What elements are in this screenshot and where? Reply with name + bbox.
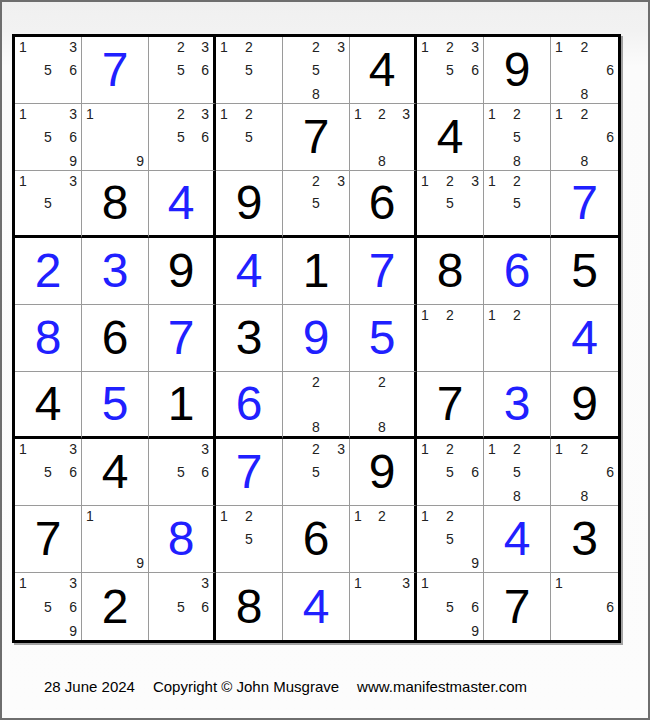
- cell-r8c7[interactable]: 1259: [417, 506, 484, 573]
- pencil-mark-6: 6: [69, 63, 77, 77]
- pencil-mark-1: 1: [220, 107, 228, 121]
- pencil-mark-3: 3: [201, 40, 209, 54]
- pencil-mark-8: 8: [312, 87, 320, 101]
- pencil-mark-2: 2: [446, 509, 454, 523]
- cell-r1c3[interactable]: 2356: [149, 37, 216, 104]
- cell-r2c4[interactable]: 125: [216, 104, 283, 171]
- pencil-marks: 1259: [417, 506, 483, 572]
- pencil-mark-1: 1: [488, 107, 496, 121]
- cell-r2c3[interactable]: 2356: [149, 104, 216, 171]
- given-digit: 7: [437, 380, 464, 428]
- cell-r1c5[interactable]: 2358: [283, 37, 350, 104]
- cell-r6c2[interactable]: 5: [82, 372, 149, 439]
- cell-r4c3[interactable]: 9: [149, 238, 216, 305]
- pencil-mark-1: 1: [354, 509, 362, 523]
- cell-r5c9[interactable]: 4: [551, 305, 618, 372]
- given-digit: 4: [369, 46, 396, 94]
- pencil-marks: 1235: [417, 171, 483, 235]
- pencil-marks: 1268: [551, 104, 618, 170]
- footer-website: www.manifestmaster.com: [357, 678, 527, 695]
- pencil-mark-5: 5: [245, 130, 253, 144]
- sudoku-app-window: 1356723561252358412356912681356919235612…: [0, 0, 650, 720]
- cell-r7c2[interactable]: 4: [82, 439, 149, 506]
- pencil-mark-2: 2: [446, 174, 454, 188]
- pencil-mark-3: 3: [337, 174, 345, 188]
- cell-r6c7[interactable]: 7: [417, 372, 484, 439]
- pencil-mark-6: 6: [471, 600, 479, 614]
- cell-r8c8[interactable]: 4: [484, 506, 551, 573]
- pencil-mark-1: 1: [19, 442, 27, 456]
- pencil-mark-6: 6: [606, 63, 614, 77]
- pencil-mark-2: 2: [245, 107, 253, 121]
- cell-r2c8[interactable]: 1258: [484, 104, 551, 171]
- pencil-mark-1: 1: [421, 442, 429, 456]
- solved-digit: 5: [102, 380, 129, 428]
- cell-r6c8[interactable]: 3: [484, 372, 551, 439]
- pencil-mark-1: 1: [354, 107, 362, 121]
- cell-r9c7[interactable]: 1569: [417, 573, 484, 640]
- pencil-mark-5: 5: [312, 196, 320, 210]
- pencil-mark-9: 9: [471, 556, 479, 570]
- pencil-mark-6: 6: [201, 465, 209, 479]
- pencil-marks: 1268: [551, 37, 618, 103]
- pencil-mark-2: 2: [312, 442, 320, 456]
- pencil-mark-8: 8: [513, 489, 521, 503]
- given-digit: 9: [236, 179, 263, 227]
- pencil-mark-3: 3: [69, 107, 77, 121]
- cell-r6c9[interactable]: 9: [551, 372, 618, 439]
- pencil-mark-1: 1: [555, 442, 563, 456]
- pencil-marks: 235: [283, 439, 349, 505]
- cell-r5c3[interactable]: 7: [149, 305, 216, 372]
- cell-r9c5[interactable]: 4: [283, 573, 350, 640]
- footer-copyright: Copyright © John Musgrave: [153, 678, 339, 695]
- pencil-mark-5: 5: [312, 465, 320, 479]
- given-digit: 7: [303, 113, 330, 161]
- pencil-mark-8: 8: [378, 420, 386, 434]
- pencil-mark-2: 2: [446, 442, 454, 456]
- pencil-mark-2: 2: [378, 375, 386, 389]
- pencil-mark-3: 3: [402, 576, 410, 590]
- pencil-marks: 1258: [484, 104, 550, 170]
- cell-r9c6[interactable]: 13: [350, 573, 417, 640]
- pencil-mark-1: 1: [86, 509, 94, 523]
- cell-r4c7[interactable]: 8: [417, 238, 484, 305]
- cell-r9c9[interactable]: 16: [551, 573, 618, 640]
- cell-r7c7[interactable]: 1256: [417, 439, 484, 506]
- solved-digit: 4: [168, 179, 195, 227]
- given-digit: 9: [571, 380, 598, 428]
- pencil-mark-5: 5: [513, 196, 521, 210]
- given-digit: 5: [571, 247, 598, 295]
- cell-r3c4[interactable]: 9: [216, 171, 283, 238]
- pencil-marks: 2358: [283, 37, 349, 103]
- given-digit: 9: [369, 448, 396, 496]
- cell-r5c5[interactable]: 9: [283, 305, 350, 372]
- pencil-mark-1: 1: [220, 40, 228, 54]
- given-digit: 9: [168, 247, 195, 295]
- solved-digit: 7: [168, 314, 195, 362]
- pencil-mark-6: 6: [201, 600, 209, 614]
- pencil-marks: 12356: [417, 37, 483, 103]
- solved-digit: 6: [504, 247, 531, 295]
- pencil-mark-1: 1: [555, 576, 563, 590]
- pencil-mark-5: 5: [177, 600, 185, 614]
- cell-r4c1[interactable]: 2: [15, 238, 82, 305]
- pencil-mark-5: 5: [177, 63, 185, 77]
- cell-r4c4[interactable]: 4: [216, 238, 283, 305]
- pencil-marks: 125: [216, 104, 282, 170]
- given-digit: 6: [303, 515, 330, 563]
- footer: 28 June 2024 Copyright © John Musgrave w…: [44, 678, 527, 695]
- pencil-marks: 13569: [15, 573, 81, 640]
- pencil-mark-1: 1: [421, 40, 429, 54]
- cell-r1c4[interactable]: 125: [216, 37, 283, 104]
- cell-r1c8[interactable]: 9: [484, 37, 551, 104]
- pencil-mark-9: 9: [471, 624, 479, 638]
- pencil-mark-2: 2: [513, 308, 521, 322]
- pencil-mark-5: 5: [44, 63, 52, 77]
- cell-r5c7[interactable]: 12: [417, 305, 484, 372]
- cell-r9c4[interactable]: 8: [216, 573, 283, 640]
- given-digit: 9: [504, 46, 531, 94]
- pencil-mark-9: 9: [69, 624, 77, 638]
- pencil-mark-1: 1: [220, 509, 228, 523]
- pencil-mark-3: 3: [402, 107, 410, 121]
- given-digit: 1: [303, 247, 330, 295]
- pencil-mark-2: 2: [581, 442, 589, 456]
- pencil-mark-1: 1: [555, 107, 563, 121]
- footer-date: 28 June 2024: [44, 678, 135, 695]
- cell-r7c6[interactable]: 9: [350, 439, 417, 506]
- given-digit: 4: [35, 380, 62, 428]
- cell-r7c9[interactable]: 1268: [551, 439, 618, 506]
- cell-r9c3[interactable]: 356: [149, 573, 216, 640]
- cell-r7c3[interactable]: 356: [149, 439, 216, 506]
- pencil-mark-3: 3: [471, 174, 479, 188]
- pencil-mark-2: 2: [245, 40, 253, 54]
- pencil-marks: 1268: [551, 439, 618, 505]
- pencil-marks: 2356: [149, 104, 213, 170]
- pencil-mark-3: 3: [69, 576, 77, 590]
- pencil-marks: 135: [15, 171, 81, 235]
- cell-r8c6[interactable]: 12: [350, 506, 417, 573]
- cell-r2c5[interactable]: 7: [283, 104, 350, 171]
- cell-r5c8[interactable]: 12: [484, 305, 551, 372]
- pencil-mark-2: 2: [513, 442, 521, 456]
- cell-r7c4[interactable]: 7: [216, 439, 283, 506]
- solved-digit: 4: [303, 583, 330, 631]
- pencil-marks: 12: [350, 506, 414, 572]
- cell-r6c1[interactable]: 4: [15, 372, 82, 439]
- pencil-mark-2: 2: [312, 40, 320, 54]
- cell-r9c2[interactable]: 2: [82, 573, 149, 640]
- cell-r9c8[interactable]: 7: [484, 573, 551, 640]
- solved-digit: 7: [236, 448, 263, 496]
- pencil-mark-5: 5: [513, 130, 521, 144]
- given-digit: 6: [369, 179, 396, 227]
- pencil-mark-1: 1: [421, 174, 429, 188]
- pencil-marks: 13569: [15, 104, 81, 170]
- solved-digit: 5: [369, 314, 396, 362]
- pencil-mark-2: 2: [446, 40, 454, 54]
- pencil-mark-9: 9: [69, 154, 77, 168]
- cell-r8c4[interactable]: 125: [216, 506, 283, 573]
- pencil-mark-2: 2: [378, 509, 386, 523]
- cell-r2c2[interactable]: 19: [82, 104, 149, 171]
- cell-r5c6[interactable]: 5: [350, 305, 417, 372]
- cell-r9c1[interactable]: 13569: [15, 573, 82, 640]
- cell-r3c3[interactable]: 4: [149, 171, 216, 238]
- cell-r3c9[interactable]: 7: [551, 171, 618, 238]
- cell-r4c5[interactable]: 1: [283, 238, 350, 305]
- solved-digit: 6: [236, 380, 263, 428]
- pencil-mark-5: 5: [245, 63, 253, 77]
- solved-digit: 4: [236, 247, 263, 295]
- pencil-marks: 1258: [484, 439, 550, 505]
- solved-digit: 7: [102, 46, 129, 94]
- cell-r8c2[interactable]: 19: [82, 506, 149, 573]
- pencil-marks: 1356: [15, 37, 81, 103]
- pencil-mark-8: 8: [513, 154, 521, 168]
- solved-digit: 7: [369, 247, 396, 295]
- pencil-marks: 356: [149, 439, 213, 505]
- solved-digit: 4: [504, 515, 531, 563]
- pencil-mark-6: 6: [471, 465, 479, 479]
- given-digit: 8: [236, 583, 263, 631]
- pencil-mark-1: 1: [488, 174, 496, 188]
- pencil-marks: 356: [149, 573, 213, 640]
- pencil-mark-3: 3: [69, 442, 77, 456]
- cell-r2c6[interactable]: 1238: [350, 104, 417, 171]
- cell-r7c1[interactable]: 1356: [15, 439, 82, 506]
- pencil-mark-3: 3: [201, 442, 209, 456]
- pencil-marks: 28: [283, 372, 349, 436]
- pencil-mark-1: 1: [354, 576, 362, 590]
- pencil-mark-6: 6: [606, 600, 614, 614]
- pencil-mark-5: 5: [312, 63, 320, 77]
- pencil-mark-1: 1: [421, 509, 429, 523]
- cell-r1c2[interactable]: 7: [82, 37, 149, 104]
- pencil-mark-6: 6: [606, 465, 614, 479]
- pencil-mark-6: 6: [201, 63, 209, 77]
- pencil-mark-1: 1: [19, 40, 27, 54]
- pencil-mark-6: 6: [471, 63, 479, 77]
- cell-r3c8[interactable]: 125: [484, 171, 551, 238]
- pencil-mark-2: 2: [312, 375, 320, 389]
- pencil-marks: 1569: [417, 573, 483, 640]
- cell-r3c7[interactable]: 1235: [417, 171, 484, 238]
- pencil-mark-1: 1: [488, 442, 496, 456]
- cell-r5c4[interactable]: 3: [216, 305, 283, 372]
- pencil-mark-6: 6: [201, 130, 209, 144]
- cell-r1c6[interactable]: 4: [350, 37, 417, 104]
- cell-r5c2[interactable]: 6: [82, 305, 149, 372]
- pencil-marks: 235: [283, 171, 349, 235]
- cell-r8c1[interactable]: 7: [15, 506, 82, 573]
- pencil-mark-8: 8: [312, 420, 320, 434]
- pencil-mark-1: 1: [488, 308, 496, 322]
- pencil-mark-8: 8: [378, 154, 386, 168]
- pencil-mark-1: 1: [19, 174, 27, 188]
- pencil-mark-9: 9: [136, 154, 144, 168]
- given-digit: 7: [35, 515, 62, 563]
- pencil-mark-3: 3: [69, 174, 77, 188]
- pencil-mark-5: 5: [446, 600, 454, 614]
- solved-digit: 4: [571, 314, 598, 362]
- pencil-mark-2: 2: [581, 40, 589, 54]
- pencil-mark-8: 8: [581, 87, 589, 101]
- cell-r3c1[interactable]: 135: [15, 171, 82, 238]
- pencil-marks: 19: [82, 104, 148, 170]
- pencil-mark-6: 6: [606, 130, 614, 144]
- pencil-mark-8: 8: [581, 154, 589, 168]
- cell-r1c1[interactable]: 1356: [15, 37, 82, 104]
- given-digit: 3: [571, 515, 598, 563]
- pencil-marks: 1356: [15, 439, 81, 505]
- cell-r6c3[interactable]: 1: [149, 372, 216, 439]
- cell-r7c8[interactable]: 1258: [484, 439, 551, 506]
- solved-digit: 8: [168, 515, 195, 563]
- pencil-mark-2: 2: [312, 174, 320, 188]
- given-digit: 4: [102, 448, 129, 496]
- pencil-mark-3: 3: [337, 40, 345, 54]
- solved-digit: 8: [35, 314, 62, 362]
- pencil-marks: 16: [551, 573, 618, 640]
- pencil-mark-2: 2: [513, 107, 521, 121]
- pencil-mark-2: 2: [513, 174, 521, 188]
- pencil-mark-1: 1: [19, 107, 27, 121]
- cell-r4c8[interactable]: 6: [484, 238, 551, 305]
- pencil-mark-3: 3: [471, 40, 479, 54]
- cell-r7c5[interactable]: 235: [283, 439, 350, 506]
- pencil-marks: 12: [417, 305, 483, 371]
- pencil-mark-5: 5: [446, 196, 454, 210]
- pencil-mark-5: 5: [446, 532, 454, 546]
- pencil-mark-2: 2: [446, 308, 454, 322]
- pencil-mark-5: 5: [44, 600, 52, 614]
- cell-r3c5[interactable]: 235: [283, 171, 350, 238]
- solved-digit: 2: [35, 247, 62, 295]
- given-digit: 8: [437, 247, 464, 295]
- pencil-mark-5: 5: [44, 465, 52, 479]
- pencil-marks: 125: [216, 37, 282, 103]
- pencil-mark-6: 6: [69, 600, 77, 614]
- cell-r8c5[interactable]: 6: [283, 506, 350, 573]
- cell-r6c5[interactable]: 28: [283, 372, 350, 439]
- pencil-mark-2: 2: [177, 107, 185, 121]
- cell-r1c9[interactable]: 1268: [551, 37, 618, 104]
- cell-r2c7[interactable]: 4: [417, 104, 484, 171]
- cell-r2c9[interactable]: 1268: [551, 104, 618, 171]
- pencil-mark-1: 1: [19, 576, 27, 590]
- pencil-mark-3: 3: [337, 442, 345, 456]
- pencil-mark-5: 5: [446, 465, 454, 479]
- pencil-marks: 2356: [149, 37, 213, 103]
- pencil-mark-1: 1: [86, 107, 94, 121]
- pencil-mark-3: 3: [201, 576, 209, 590]
- given-digit: 8: [102, 179, 129, 227]
- pencil-mark-1: 1: [421, 308, 429, 322]
- given-digit: 4: [437, 113, 464, 161]
- cell-r6c6[interactable]: 28: [350, 372, 417, 439]
- solved-digit: 3: [504, 380, 531, 428]
- cell-r2c1[interactable]: 13569: [15, 104, 82, 171]
- pencil-mark-6: 6: [69, 130, 77, 144]
- pencil-marks: 1238: [350, 104, 414, 170]
- pencil-mark-2: 2: [581, 107, 589, 121]
- pencil-marks: 125: [216, 506, 282, 572]
- sudoku-board: 1356723561252358412356912681356919235612…: [12, 34, 621, 643]
- pencil-marks: 1256: [417, 439, 483, 505]
- cell-r8c3[interactable]: 8: [149, 506, 216, 573]
- given-digit: 3: [236, 314, 263, 362]
- pencil-mark-5: 5: [44, 130, 52, 144]
- cell-r1c7[interactable]: 12356: [417, 37, 484, 104]
- pencil-mark-2: 2: [245, 509, 253, 523]
- cell-r8c9[interactable]: 3: [551, 506, 618, 573]
- pencil-mark-3: 3: [69, 40, 77, 54]
- pencil-mark-2: 2: [177, 40, 185, 54]
- pencil-marks: 13: [350, 573, 414, 640]
- pencil-mark-6: 6: [69, 465, 77, 479]
- given-digit: 1: [168, 380, 195, 428]
- pencil-mark-5: 5: [177, 130, 185, 144]
- pencil-marks: 28: [350, 372, 414, 436]
- pencil-marks: 12: [484, 305, 550, 371]
- pencil-mark-8: 8: [581, 489, 589, 503]
- pencil-mark-5: 5: [446, 63, 454, 77]
- pencil-marks: 125: [484, 171, 550, 235]
- pencil-mark-5: 5: [44, 196, 52, 210]
- solved-digit: 3: [102, 247, 129, 295]
- cell-r4c2[interactable]: 3: [82, 238, 149, 305]
- cell-r4c6[interactable]: 7: [350, 238, 417, 305]
- cell-r6c4[interactable]: 6: [216, 372, 283, 439]
- pencil-mark-3: 3: [201, 107, 209, 121]
- given-digit: 2: [102, 583, 129, 631]
- pencil-mark-5: 5: [513, 465, 521, 479]
- pencil-mark-1: 1: [555, 40, 563, 54]
- cell-r5c1[interactable]: 8: [15, 305, 82, 372]
- pencil-marks: 19: [82, 506, 148, 572]
- pencil-mark-1: 1: [421, 576, 429, 590]
- cell-r4c9[interactable]: 5: [551, 238, 618, 305]
- cell-r3c2[interactable]: 8: [82, 171, 149, 238]
- solved-digit: 9: [303, 314, 330, 362]
- pencil-mark-9: 9: [136, 556, 144, 570]
- given-digit: 6: [102, 314, 129, 362]
- cell-r3c6[interactable]: 6: [350, 171, 417, 238]
- pencil-mark-5: 5: [245, 532, 253, 546]
- pencil-mark-2: 2: [378, 107, 386, 121]
- solved-digit: 7: [571, 179, 598, 227]
- given-digit: 7: [504, 583, 531, 631]
- pencil-mark-5: 5: [177, 465, 185, 479]
